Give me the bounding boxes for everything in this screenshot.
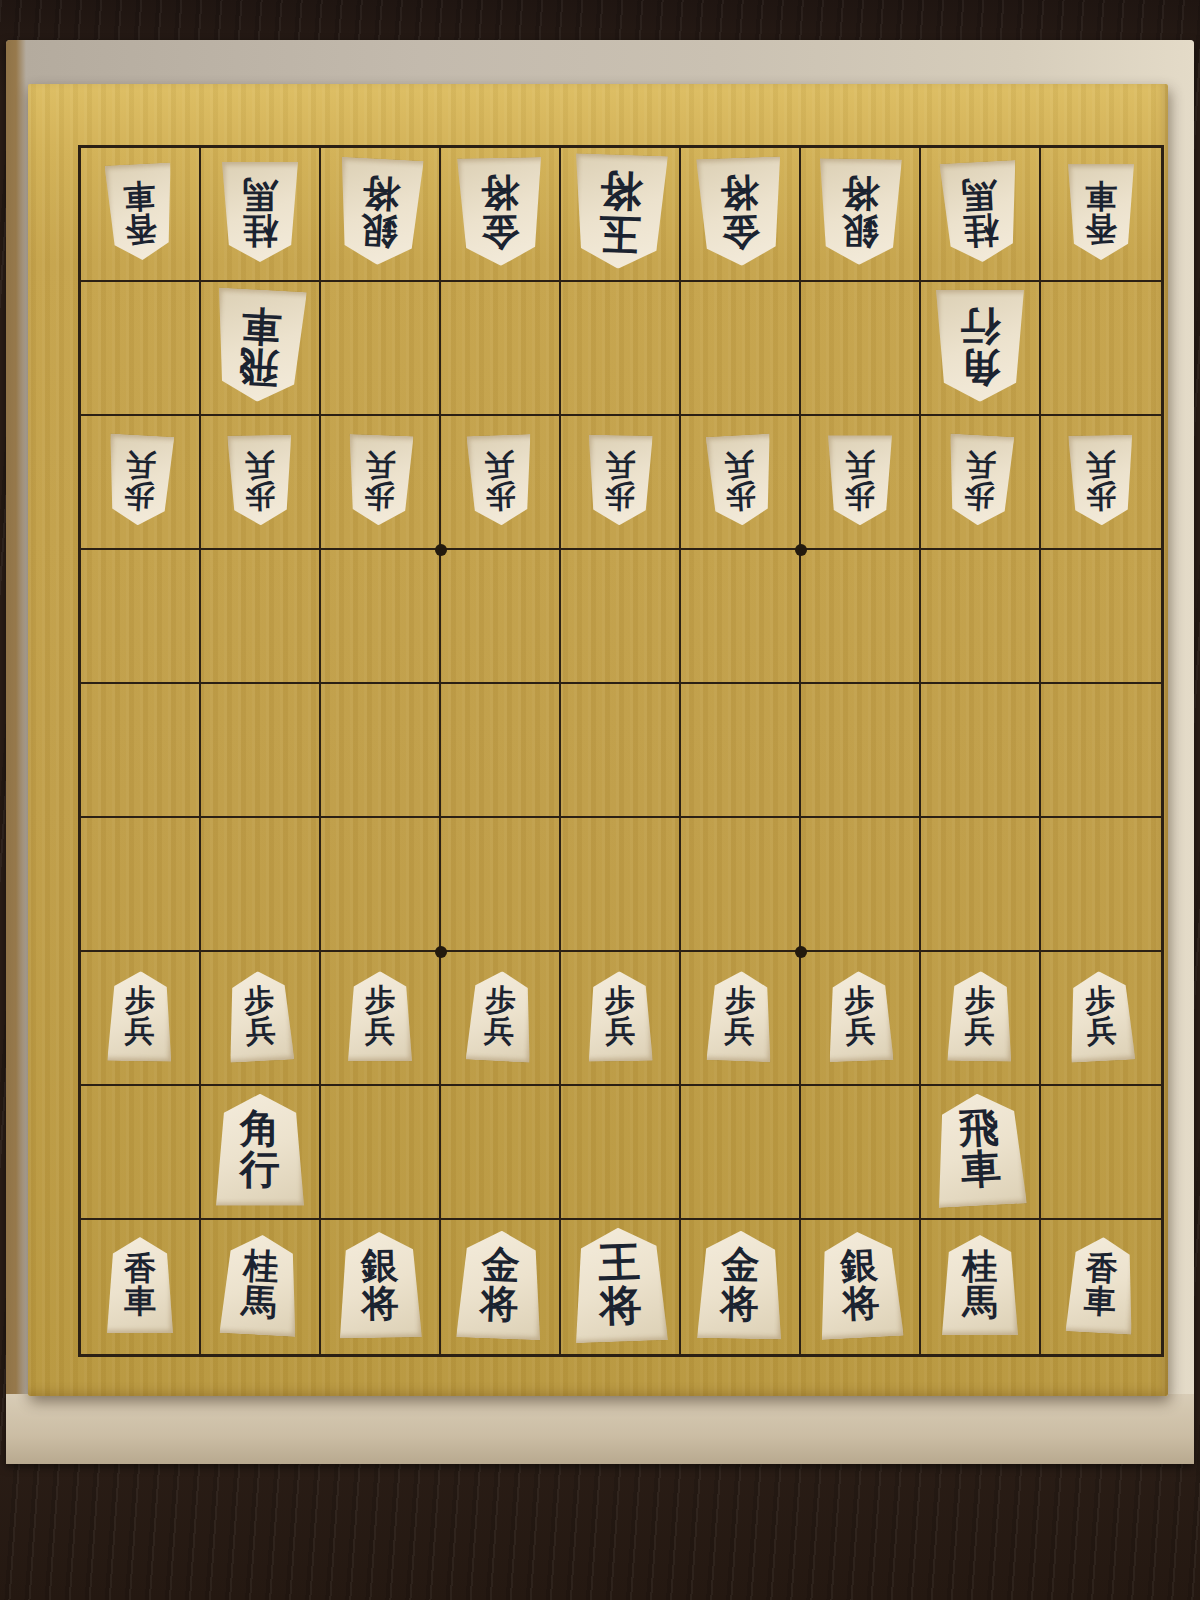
piece-kanji: 兵 <box>845 1016 876 1048</box>
square-4e[interactable] <box>681 684 801 818</box>
piece-gote-lance[interactable]: 香車 <box>1068 164 1134 260</box>
piece-kanji: 歩 <box>245 480 276 511</box>
piece-kanji: 兵 <box>724 1016 755 1048</box>
square-8c[interactable]: 歩兵 <box>201 416 321 550</box>
piece-kanji: 飛 <box>958 1108 1000 1151</box>
piece-kanji: 香 <box>124 211 158 245</box>
square-2f[interactable] <box>921 818 1041 952</box>
piece-kanji: 金 <box>721 211 760 251</box>
piece-kanji: 将 <box>599 1284 642 1328</box>
piece-kanji: 金 <box>721 1246 760 1285</box>
piece-sente-pawn[interactable]: 歩兵 <box>466 970 535 1063</box>
piece-gote-rook[interactable]: 飛車 <box>213 288 307 404</box>
piece-kanji: 兵 <box>723 449 755 481</box>
piece-kanji: 兵 <box>964 1016 995 1047</box>
piece-gote-pawn[interactable]: 歩兵 <box>946 434 1015 527</box>
square-9f[interactable] <box>81 818 201 952</box>
square-2g[interactable]: 歩兵 <box>921 952 1041 1086</box>
piece-gote-pawn[interactable]: 歩兵 <box>346 434 413 526</box>
piece-kanji: 将 <box>599 168 642 212</box>
square-3a[interactable]: 銀将 <box>801 148 921 282</box>
piece-sente-knight[interactable]: 桂馬 <box>942 1235 1018 1335</box>
square-9i[interactable]: 香車 <box>81 1220 201 1354</box>
square-1d[interactable] <box>1041 550 1161 684</box>
square-7a[interactable]: 銀将 <box>321 148 441 282</box>
piece-kanji: 兵 <box>605 449 636 480</box>
piece-kanji: 兵 <box>125 449 157 481</box>
square-3f[interactable] <box>801 818 921 952</box>
piece-kanji: 銀 <box>840 1246 879 1286</box>
piece-kanji: 兵 <box>365 1016 395 1047</box>
piece-kanji: 車 <box>1083 1284 1117 1318</box>
piece-kanji: 車 <box>240 304 282 347</box>
square-6h[interactable] <box>441 1086 561 1220</box>
piece-gote-pawn[interactable]: 歩兵 <box>706 434 775 527</box>
piece-kanji: 銀 <box>360 211 399 251</box>
piece-gote-knight[interactable]: 桂馬 <box>222 162 298 262</box>
piece-kanji: 香 <box>1085 1252 1119 1286</box>
square-9e[interactable] <box>81 684 201 818</box>
piece-kanji: 歩 <box>604 480 635 511</box>
piece-sente-pawn[interactable]: 歩兵 <box>706 970 773 1062</box>
square-4g[interactable]: 歩兵 <box>681 952 801 1086</box>
piece-kanji: 将 <box>480 1284 519 1324</box>
square-3h[interactable] <box>801 1086 921 1220</box>
piece-kanji: 将 <box>362 1285 400 1323</box>
piece-kanji: 車 <box>1085 179 1117 212</box>
square-1a[interactable]: 香車 <box>1041 148 1161 282</box>
square-2i[interactable]: 桂馬 <box>921 1220 1041 1354</box>
square-4d[interactable] <box>681 550 801 684</box>
piece-kanji: 将 <box>720 1285 759 1324</box>
piece-sente-king[interactable]: 王将 <box>572 1226 668 1343</box>
piece-kanji: 将 <box>480 173 519 212</box>
square-9c[interactable]: 歩兵 <box>81 416 201 550</box>
square-1f[interactable] <box>1041 818 1161 952</box>
piece-kanji: 行 <box>240 1150 280 1191</box>
square-8g[interactable]: 歩兵 <box>201 952 321 1086</box>
piece-kanji: 歩 <box>1086 480 1117 511</box>
photo-scene: { "game": "shogi", "scene": "Overhead ph… <box>0 0 1200 1600</box>
piece-kanji: 桂 <box>963 211 1000 248</box>
square-1h[interactable] <box>1041 1086 1161 1220</box>
square-7b[interactable] <box>321 282 441 416</box>
piece-kanji: 車 <box>124 1285 156 1318</box>
piece-kanji: 歩 <box>485 985 517 1017</box>
square-3g[interactable]: 歩兵 <box>801 952 921 1086</box>
piece-kanji: 香 <box>1085 212 1117 245</box>
square-3d[interactable] <box>801 550 921 684</box>
piece-kanji: 歩 <box>364 480 395 512</box>
piece-sente-pawn[interactable]: 歩兵 <box>947 971 1013 1062</box>
piece-kanji: 歩 <box>845 480 875 511</box>
piece-kanji: 飛 <box>238 345 280 388</box>
square-7f[interactable] <box>321 818 441 952</box>
piece-kanji: 将 <box>842 174 880 212</box>
square-8a[interactable]: 桂馬 <box>201 148 321 282</box>
shogi-board: 香車桂馬銀将金将玉将金将銀将桂馬香車飛車角行歩兵歩兵歩兵歩兵歩兵歩兵歩兵歩兵歩兵… <box>28 84 1168 1396</box>
square-8b[interactable]: 飛車 <box>201 282 321 416</box>
piece-gote-pawn[interactable]: 歩兵 <box>106 434 175 527</box>
square-6g[interactable]: 歩兵 <box>441 952 561 1086</box>
square-2a[interactable]: 桂馬 <box>921 148 1041 282</box>
piece-sente-lance[interactable]: 香車 <box>1066 1235 1137 1334</box>
hoshi-dot <box>795 544 807 556</box>
square-2d[interactable] <box>921 550 1041 684</box>
square-8f[interactable] <box>201 818 321 952</box>
piece-sente-rook[interactable]: 飛車 <box>933 1092 1027 1208</box>
square-4a[interactable]: 金将 <box>681 148 801 282</box>
square-8i[interactable]: 桂馬 <box>201 1220 321 1354</box>
square-6d[interactable] <box>441 550 561 684</box>
square-5i[interactable]: 王将 <box>561 1220 681 1354</box>
piece-gote-bishop[interactable]: 角行 <box>936 290 1024 402</box>
square-1e[interactable] <box>1041 684 1161 818</box>
square-9b[interactable] <box>81 282 201 416</box>
piece-gote-silver[interactable]: 銀将 <box>336 157 423 267</box>
square-5h[interactable] <box>561 1086 681 1220</box>
square-9d[interactable] <box>81 550 201 684</box>
square-5g[interactable]: 歩兵 <box>561 952 681 1086</box>
piece-kanji: 兵 <box>484 449 515 481</box>
piece-kanji: 兵 <box>245 1015 277 1047</box>
piece-kanji: 玉 <box>598 211 641 255</box>
piece-kanji: 歩 <box>965 985 996 1016</box>
piece-gote-gold[interactable]: 金将 <box>457 157 543 266</box>
piece-kanji: 香 <box>124 1252 156 1285</box>
square-9g[interactable]: 歩兵 <box>81 952 201 1086</box>
square-3e[interactable] <box>801 684 921 818</box>
piece-kanji: 銀 <box>841 212 879 250</box>
piece-kanji: 歩 <box>604 985 635 1016</box>
piece-sente-pawn[interactable]: 歩兵 <box>1067 970 1136 1063</box>
square-2h[interactable]: 飛車 <box>921 1086 1041 1220</box>
square-6a[interactable]: 金将 <box>441 148 561 282</box>
piece-sente-pawn[interactable]: 歩兵 <box>107 971 173 1062</box>
piece-kanji: 兵 <box>845 450 875 481</box>
piece-kanji: 兵 <box>365 449 396 481</box>
piece-gote-gold[interactable]: 金将 <box>696 156 784 267</box>
square-4b[interactable] <box>681 282 801 416</box>
square-3b[interactable] <box>801 282 921 416</box>
piece-gote-knight[interactable]: 桂馬 <box>939 160 1020 264</box>
piece-sente-pawn[interactable]: 歩兵 <box>226 970 295 1063</box>
piece-sente-gold[interactable]: 金将 <box>456 1229 544 1340</box>
piece-kanji: 馬 <box>963 1285 998 1321</box>
piece-kanji: 角 <box>240 1109 280 1150</box>
square-5c[interactable]: 歩兵 <box>561 416 681 550</box>
square-5f[interactable] <box>561 818 681 952</box>
piece-sente-bishop[interactable]: 角行 <box>216 1094 304 1206</box>
square-7d[interactable] <box>321 550 441 684</box>
piece-kanji: 歩 <box>485 480 516 512</box>
square-1c[interactable]: 歩兵 <box>1041 416 1161 550</box>
piece-kanji: 歩 <box>963 479 995 511</box>
square-7c[interactable]: 歩兵 <box>321 416 441 550</box>
piece-kanji: 馬 <box>241 1284 278 1321</box>
piece-kanji: 角 <box>960 346 1000 387</box>
square-6f[interactable] <box>441 818 561 952</box>
square-2b[interactable]: 角行 <box>921 282 1041 416</box>
hoshi-dot <box>435 544 447 556</box>
piece-kanji: 馬 <box>961 175 998 212</box>
square-3i[interactable]: 銀将 <box>801 1220 921 1354</box>
piece-kanji: 桂 <box>963 1249 998 1285</box>
box-bottom-edge <box>6 1394 1194 1464</box>
piece-kanji: 歩 <box>1084 985 1116 1017</box>
piece-kanji: 兵 <box>1086 1015 1118 1047</box>
piece-sente-silver[interactable]: 銀将 <box>338 1231 422 1338</box>
piece-sente-pawn[interactable]: 歩兵 <box>826 970 893 1062</box>
piece-kanji: 金 <box>481 212 520 251</box>
square-7h[interactable] <box>321 1086 441 1220</box>
piece-gote-lance[interactable]: 香車 <box>105 162 176 261</box>
piece-kanji: 歩 <box>243 985 275 1017</box>
piece-kanji: 兵 <box>605 1016 636 1047</box>
piece-kanji: 行 <box>960 305 1000 346</box>
square-3c[interactable]: 歩兵 <box>801 416 921 550</box>
square-4f[interactable] <box>681 818 801 952</box>
square-1b[interactable] <box>1041 282 1161 416</box>
piece-kanji: 車 <box>960 1149 1002 1192</box>
piece-sente-lance[interactable]: 香車 <box>107 1237 173 1333</box>
piece-sente-pawn[interactable]: 歩兵 <box>348 971 412 1061</box>
piece-gote-pawn[interactable]: 歩兵 <box>227 435 293 526</box>
piece-kanji: 将 <box>362 173 401 213</box>
hoshi-dot <box>795 946 807 958</box>
piece-kanji: 兵 <box>244 449 275 480</box>
piece-kanji: 歩 <box>123 479 155 511</box>
piece-kanji: 車 <box>122 179 156 213</box>
board-grid: 香車桂馬銀将金将玉将金将銀将桂馬香車飛車角行歩兵歩兵歩兵歩兵歩兵歩兵歩兵歩兵歩兵… <box>78 145 1164 1357</box>
piece-gote-pawn[interactable]: 歩兵 <box>466 434 533 526</box>
square-6i[interactable]: 金将 <box>441 1220 561 1354</box>
square-2c[interactable]: 歩兵 <box>921 416 1041 550</box>
piece-kanji: 桂 <box>243 212 278 248</box>
piece-kanji: 金 <box>481 1245 520 1285</box>
square-7g[interactable]: 歩兵 <box>321 952 441 1086</box>
square-9h[interactable] <box>81 1086 201 1220</box>
square-5e[interactable] <box>561 684 681 818</box>
piece-kanji: 歩 <box>844 985 875 1017</box>
piece-kanji: 歩 <box>725 985 756 1017</box>
piece-kanji: 銀 <box>361 1247 399 1285</box>
square-1g[interactable]: 歩兵 <box>1041 952 1161 1086</box>
piece-kanji: 桂 <box>243 1248 280 1285</box>
square-4h[interactable] <box>681 1086 801 1220</box>
piece-gote-king[interactable]: 玉将 <box>572 153 668 270</box>
piece-kanji: 将 <box>842 1284 881 1324</box>
square-7i[interactable]: 銀将 <box>321 1220 441 1354</box>
square-4i[interactable]: 金将 <box>681 1220 801 1354</box>
piece-sente-silver[interactable]: 銀将 <box>816 1230 903 1340</box>
square-9a[interactable]: 香車 <box>81 148 201 282</box>
piece-sente-knight[interactable]: 桂馬 <box>219 1233 300 1337</box>
square-4c[interactable]: 歩兵 <box>681 416 801 550</box>
piece-kanji: 歩 <box>725 479 757 511</box>
piece-kanji: 馬 <box>243 176 278 212</box>
square-8d[interactable] <box>201 550 321 684</box>
square-5a[interactable]: 玉将 <box>561 148 681 282</box>
piece-kanji: 将 <box>720 172 759 212</box>
square-5d[interactable] <box>561 550 681 684</box>
piece-kanji: 歩 <box>365 986 395 1017</box>
piece-gote-silver[interactable]: 銀将 <box>818 158 902 265</box>
square-6c[interactable]: 歩兵 <box>441 416 561 550</box>
piece-kanji: 兵 <box>1085 449 1116 480</box>
piece-gote-pawn[interactable]: 歩兵 <box>1068 435 1134 526</box>
piece-gote-pawn[interactable]: 歩兵 <box>587 435 653 526</box>
square-8h[interactable]: 角行 <box>201 1086 321 1220</box>
piece-kanji: 兵 <box>965 449 997 481</box>
piece-sente-pawn[interactable]: 歩兵 <box>587 971 653 1062</box>
piece-gote-pawn[interactable]: 歩兵 <box>828 435 892 525</box>
piece-kanji: 兵 <box>483 1015 515 1047</box>
square-6b[interactable] <box>441 282 561 416</box>
piece-kanji: 兵 <box>124 1016 155 1047</box>
square-8e[interactable] <box>201 684 321 818</box>
hoshi-dot <box>435 946 447 958</box>
piece-sente-gold[interactable]: 金将 <box>697 1230 783 1339</box>
square-1i[interactable]: 香車 <box>1041 1220 1161 1354</box>
square-5b[interactable] <box>561 282 681 416</box>
square-7e[interactable] <box>321 684 441 818</box>
square-2e[interactable] <box>921 684 1041 818</box>
piece-kanji: 王 <box>598 1241 641 1285</box>
piece-kanji: 歩 <box>125 985 156 1016</box>
square-6e[interactable] <box>441 684 561 818</box>
